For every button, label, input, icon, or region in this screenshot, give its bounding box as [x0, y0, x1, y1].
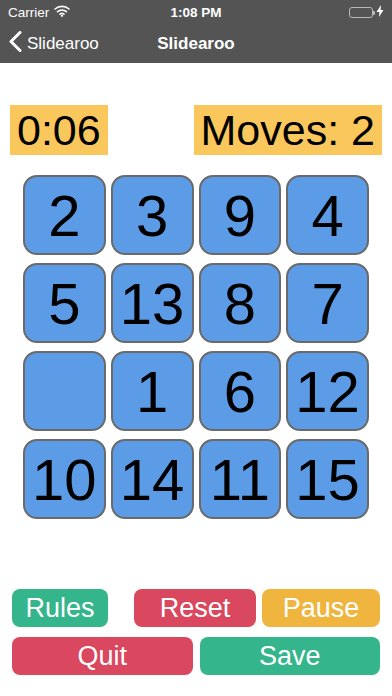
tile-r2c2[interactable]: 13	[111, 263, 194, 343]
tile-r4c4[interactable]: 15	[286, 439, 369, 519]
page-title: Slidearoo	[157, 34, 234, 54]
navigation-bar: Slidearoo Slidearoo	[0, 24, 392, 63]
back-button[interactable]: Slidearoo	[9, 31, 99, 56]
charging-bolt-icon	[376, 5, 384, 20]
moves-counter: Moves: 2	[194, 105, 382, 155]
tile-r3c4[interactable]: 12	[286, 351, 369, 431]
control-panel: Rules Reset Pause Quit Save	[0, 589, 392, 675]
tile-r4c1[interactable]: 10	[23, 439, 106, 519]
status-left: Carrier	[8, 5, 70, 20]
tile-r2c4[interactable]: 7	[286, 263, 369, 343]
tile-r1c2[interactable]: 3	[111, 175, 194, 255]
reset-button[interactable]: Reset	[134, 589, 256, 627]
pause-button[interactable]: Pause	[262, 589, 380, 627]
back-button-label: Slidearoo	[27, 34, 99, 54]
app-screen: Carrier 1:08 PM	[0, 0, 392, 696]
tile-r4c3[interactable]: 11	[199, 439, 282, 519]
timer-label: 0:06	[10, 105, 108, 155]
status-right	[349, 5, 384, 20]
blank-tile-r3c1	[23, 351, 106, 431]
wifi-icon	[54, 5, 70, 20]
tile-r2c1[interactable]: 5	[23, 263, 106, 343]
tile-r2c3[interactable]: 8	[199, 263, 282, 343]
tile-r4c2[interactable]: 14	[111, 439, 194, 519]
button-row-2: Quit Save	[12, 637, 380, 675]
quit-button[interactable]: Quit	[12, 637, 193, 675]
rules-button[interactable]: Rules	[12, 589, 108, 627]
hud: 0:06 Moves: 2	[0, 105, 392, 155]
tile-r3c2[interactable]: 1	[111, 351, 194, 431]
status-bar: Carrier 1:08 PM	[0, 0, 392, 24]
battery-nub	[373, 11, 375, 15]
puzzle-board: 2 3 9 4 5 13 8 7 1 6 12 10 14 11 15	[23, 175, 369, 519]
button-row-1: Rules Reset Pause	[12, 589, 380, 627]
tile-r3c3[interactable]: 6	[199, 351, 282, 431]
tile-r1c3[interactable]: 9	[199, 175, 282, 255]
clock-label: 1:08 PM	[170, 5, 221, 20]
save-button[interactable]: Save	[200, 637, 381, 675]
chevron-left-icon	[9, 31, 22, 56]
carrier-label: Carrier	[8, 5, 49, 20]
tile-r1c1[interactable]: 2	[23, 175, 106, 255]
battery-icon	[349, 7, 373, 18]
tile-r1c4[interactable]: 4	[286, 175, 369, 255]
